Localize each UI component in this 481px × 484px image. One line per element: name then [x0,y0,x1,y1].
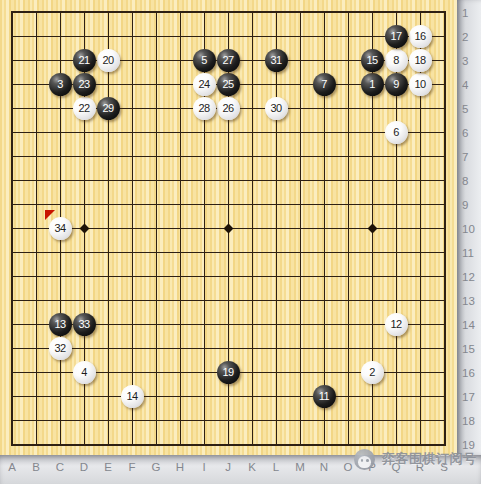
stone-33-black-D14: 33 [73,313,96,336]
stone-number: 7 [321,79,327,90]
row-label-15: 15 [462,342,480,356]
stone-27-black-J3: 27 [217,49,240,72]
row-label-8: 8 [462,174,480,188]
stone-number: 30 [270,103,281,114]
stone-number: 13 [54,319,65,330]
stone-16-white-R2: 16 [409,25,432,48]
stone-number: 16 [414,31,425,42]
stone-22-white-D5: 22 [73,97,96,120]
last-move-marker-icon [45,210,55,220]
stone-number: 26 [222,103,233,114]
stone-15-black-P3: 15 [361,49,384,72]
stone-14-white-F17: 14 [121,385,144,408]
stone-number: 6 [393,127,399,138]
stone-number: 2 [369,367,375,378]
go-board[interactable]: 1234567891011121314151617181920212223242… [0,0,457,455]
stone-28-white-I5: 28 [193,97,216,120]
col-label-E: E [99,460,117,474]
row-coordinate-strip: 12345678910111213141516171819 [457,0,481,455]
stone-number: 1 [369,79,375,90]
stone-number: 34 [54,223,65,234]
stone-3-black-C4: 3 [49,73,72,96]
stone-31-black-L3: 31 [265,49,288,72]
col-label-G: G [147,460,165,474]
stone-12-white-Q14: 12 [385,313,408,336]
stone-number: 4 [81,367,87,378]
row-label-3: 3 [462,54,480,68]
go-stone-mascot-icon [358,456,371,468]
col-label-D: D [75,460,93,474]
row-label-13: 13 [462,294,480,308]
col-label-C: C [51,460,69,474]
row-label-14: 14 [462,318,480,332]
stone-number: 32 [54,343,65,354]
col-label-N: N [315,460,333,474]
stone-25-black-J4: 25 [217,73,240,96]
stone-number: 5 [201,55,207,66]
stone-number: 8 [393,55,399,66]
stone-10-white-R4: 10 [409,73,432,96]
col-label-M: M [291,460,309,474]
stone-number: 24 [198,79,209,90]
col-label-K: K [243,460,261,474]
stone-5-black-I3: 5 [193,49,216,72]
row-label-10: 10 [462,222,480,236]
stone-24-white-I4: 24 [193,73,216,96]
row-label-11: 11 [462,246,480,260]
stone-17-black-Q2: 17 [385,25,408,48]
row-label-16: 16 [462,366,480,380]
row-label-2: 2 [462,30,480,44]
col-label-F: F [123,460,141,474]
col-label-H: H [171,460,189,474]
stone-32-white-C15: 32 [49,337,72,360]
stone-number: 21 [78,55,89,66]
stone-number: 31 [270,55,281,66]
stone-20-white-E3: 20 [97,49,120,72]
stone-29-black-E5: 29 [97,97,120,120]
stone-2-white-P16: 2 [361,361,384,384]
stone-number: 14 [126,391,137,402]
stone-21-black-D3: 21 [73,49,96,72]
stone-23-black-D4: 23 [73,73,96,96]
row-label-5: 5 [462,102,480,116]
stone-number: 29 [102,103,113,114]
stone-18-white-R3: 18 [409,49,432,72]
watermark: 弈客围棋订阅号 [354,447,477,471]
stone-number: 19 [222,367,233,378]
yike-logo-icon [354,449,375,470]
stone-number: 12 [390,319,401,330]
stone-8-white-Q3: 8 [385,49,408,72]
stone-7-black-N4: 7 [313,73,336,96]
stone-number: 33 [78,319,89,330]
stone-number: 11 [319,391,329,402]
stone-number: 18 [414,55,425,66]
stone-number: 3 [57,79,63,90]
stone-number: 10 [414,79,425,90]
stone-30-white-L5: 30 [265,97,288,120]
stone-6-white-Q6: 6 [385,121,408,144]
row-label-7: 7 [462,150,480,164]
stone-number: 17 [390,31,401,42]
watermark-text: 弈客围棋订阅号 [382,450,477,468]
row-label-6: 6 [462,126,480,140]
stone-9-black-Q4: 9 [385,73,408,96]
row-label-4: 4 [462,78,480,92]
stone-1-black-P4: 1 [361,73,384,96]
go-diagram-screen: 1234567891011121314151617181920212223242… [0,0,481,484]
stone-number: 22 [78,103,89,114]
stone-19-black-J16: 19 [217,361,240,384]
stone-number: 9 [393,79,399,90]
stone-4-white-D16: 4 [73,361,96,384]
stone-number: 27 [222,55,233,66]
row-label-12: 12 [462,270,480,284]
stone-number: 25 [222,79,233,90]
stone-13-black-C14: 13 [49,313,72,336]
stone-26-white-J5: 26 [217,97,240,120]
stone-34-white-C10: 34 [49,217,72,240]
col-label-J: J [219,460,237,474]
stone-number: 28 [198,103,209,114]
col-label-B: B [27,460,45,474]
stone-number: 15 [366,55,377,66]
row-label-9: 9 [462,198,480,212]
row-label-18: 18 [462,414,480,428]
row-label-1: 1 [462,6,480,20]
stone-11-black-N17: 11 [313,385,336,408]
row-label-17: 17 [462,390,480,404]
col-label-L: L [267,460,285,474]
col-label-I: I [195,460,213,474]
stone-number: 23 [78,79,89,90]
stone-number: 20 [102,55,113,66]
col-label-A: A [3,460,21,474]
